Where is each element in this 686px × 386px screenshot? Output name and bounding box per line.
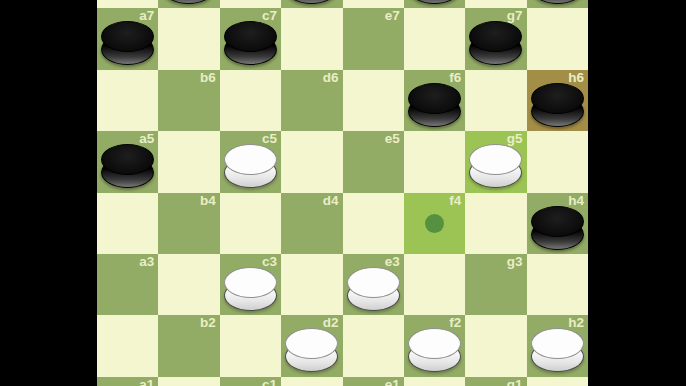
checker-disc-side	[285, 0, 338, 4]
checker-disc-top	[531, 328, 584, 359]
square-e3[interactable]: e3	[343, 254, 404, 315]
square-a7[interactable]: a7	[97, 8, 158, 69]
checker-disc-side	[408, 0, 461, 4]
square-e7[interactable]: e7	[343, 8, 404, 69]
move-target-dot-icon[interactable]	[425, 214, 444, 233]
square-coordinate-label: g1	[507, 377, 523, 386]
square-d8[interactable]: d8	[281, 0, 342, 8]
square-g5[interactable]: g5	[465, 131, 526, 192]
square-h6[interactable]: h6	[527, 70, 588, 131]
square-b8[interactable]: b8	[158, 0, 219, 8]
checker-disc-top	[224, 144, 277, 175]
square-coordinate-label: b6	[200, 70, 216, 85]
square-d5	[281, 131, 342, 192]
square-h2[interactable]: h2	[527, 315, 588, 376]
square-h3	[527, 254, 588, 315]
square-c7[interactable]: c7	[220, 8, 281, 69]
square-e5[interactable]: e5	[343, 131, 404, 192]
square-c2	[220, 315, 281, 376]
square-a1[interactable]: a1	[97, 377, 158, 386]
checker-disc-side	[162, 0, 215, 4]
square-e4	[343, 193, 404, 254]
square-e6	[343, 70, 404, 131]
square-h4[interactable]: h4	[527, 193, 588, 254]
square-d7	[281, 8, 342, 69]
square-b2[interactable]: b2	[158, 315, 219, 376]
square-coordinate-label: a3	[139, 254, 154, 269]
checker-disc-top	[224, 267, 277, 298]
square-e2	[343, 315, 404, 376]
black-checker-piece[interactable]	[224, 21, 277, 65]
square-h8[interactable]: h8	[527, 0, 588, 8]
square-coordinate-label: b4	[200, 193, 216, 208]
square-f8[interactable]: f8	[404, 0, 465, 8]
square-coordinate-label: b2	[200, 315, 216, 330]
square-coordinate-label: e7	[385, 8, 400, 23]
square-g6	[465, 70, 526, 131]
square-b5	[158, 131, 219, 192]
black-checker-piece[interactable]	[101, 21, 154, 65]
square-e8	[343, 0, 404, 8]
white-checker-piece[interactable]	[224, 144, 277, 188]
square-coordinate-label: a1	[139, 377, 154, 386]
square-c4	[220, 193, 281, 254]
black-checker-piece[interactable]	[285, 0, 338, 4]
square-coordinate-label: d6	[323, 70, 339, 85]
square-b6[interactable]: b6	[158, 70, 219, 131]
square-f4[interactable]: f4	[404, 193, 465, 254]
square-c6	[220, 70, 281, 131]
black-checker-piece[interactable]	[408, 83, 461, 127]
square-f5	[404, 131, 465, 192]
checkers-board: b8d8f8h8a7c7e7g7b6d6f6h6a5c5e5g5b4d4f4h4…	[97, 0, 588, 386]
square-c3[interactable]: c3	[220, 254, 281, 315]
checker-disc-top	[408, 83, 461, 114]
square-coordinate-label: e1	[385, 377, 400, 386]
white-checker-piece[interactable]	[224, 267, 277, 311]
checker-disc-side	[531, 0, 584, 4]
square-coordinate-label: d4	[323, 193, 339, 208]
checker-disc-top	[531, 83, 584, 114]
checker-disc-top	[101, 144, 154, 175]
white-checker-piece[interactable]	[531, 328, 584, 372]
square-a4	[97, 193, 158, 254]
black-checker-piece[interactable]	[531, 206, 584, 250]
square-c1[interactable]: c1	[220, 377, 281, 386]
square-b4[interactable]: b4	[158, 193, 219, 254]
black-checker-piece[interactable]	[408, 0, 461, 4]
white-checker-piece[interactable]	[347, 267, 400, 311]
square-b7	[158, 8, 219, 69]
square-coordinate-label: f4	[449, 193, 461, 208]
square-e1[interactable]: e1	[343, 377, 404, 386]
checkers-app-screen: b8d8f8h8a7c7e7g7b6d6f6h6a5c5e5g5b4d4f4h4…	[0, 0, 686, 386]
square-a3[interactable]: a3	[97, 254, 158, 315]
square-g7[interactable]: g7	[465, 8, 526, 69]
square-a5[interactable]: a5	[97, 131, 158, 192]
square-d6[interactable]: d6	[281, 70, 342, 131]
square-d1	[281, 377, 342, 386]
square-c5[interactable]: c5	[220, 131, 281, 192]
checker-disc-top	[347, 267, 400, 298]
white-checker-piece[interactable]	[408, 328, 461, 372]
square-f1	[404, 377, 465, 386]
square-g2	[465, 315, 526, 376]
square-a2	[97, 315, 158, 376]
square-d3	[281, 254, 342, 315]
square-f3	[404, 254, 465, 315]
square-h5	[527, 131, 588, 192]
checker-disc-top	[531, 206, 584, 237]
square-a8	[97, 0, 158, 8]
square-coordinate-label: g3	[507, 254, 523, 269]
white-checker-piece[interactable]	[285, 328, 338, 372]
black-checker-piece[interactable]	[162, 0, 215, 4]
square-h7	[527, 8, 588, 69]
square-g4	[465, 193, 526, 254]
square-coordinate-label: e5	[385, 131, 400, 146]
square-a6	[97, 70, 158, 131]
square-g3[interactable]: g3	[465, 254, 526, 315]
black-checker-piece[interactable]	[531, 0, 584, 4]
black-checker-piece[interactable]	[531, 83, 584, 127]
square-h1	[527, 377, 588, 386]
square-f7	[404, 8, 465, 69]
square-c8	[220, 0, 281, 8]
checker-disc-top	[408, 328, 461, 359]
black-checker-piece[interactable]	[101, 144, 154, 188]
square-b1	[158, 377, 219, 386]
square-b3	[158, 254, 219, 315]
square-g8	[465, 0, 526, 8]
square-d2[interactable]: d2	[281, 315, 342, 376]
white-checker-piece[interactable]	[469, 144, 522, 188]
square-coordinate-label: c1	[262, 377, 277, 386]
square-f2[interactable]: f2	[404, 315, 465, 376]
square-f6[interactable]: f6	[404, 70, 465, 131]
black-checker-piece[interactable]	[469, 21, 522, 65]
square-d4[interactable]: d4	[281, 193, 342, 254]
square-g1[interactable]: g1	[465, 377, 526, 386]
